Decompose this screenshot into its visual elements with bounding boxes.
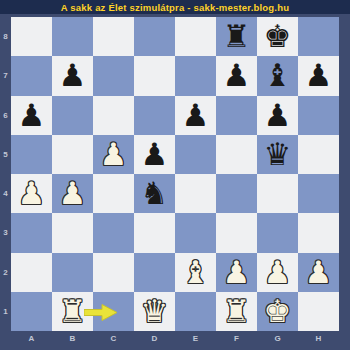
- square-f5[interactable]: [216, 135, 257, 174]
- square-c3[interactable]: [93, 213, 134, 252]
- square-b3[interactable]: [52, 213, 93, 252]
- square-f6[interactable]: [216, 96, 257, 135]
- square-b2[interactable]: [52, 253, 93, 292]
- piece-black-king-g8[interactable]: ♚: [264, 17, 292, 56]
- square-a2[interactable]: [11, 253, 52, 292]
- file-label-f: F: [216, 331, 257, 350]
- square-h7[interactable]: ♟: [298, 56, 339, 95]
- square-e7[interactable]: [175, 56, 216, 95]
- file-labels: ABCDEFGH: [11, 331, 339, 350]
- chess-board: ♜♚♟♟♝♟♟♟♟♟♟♛♟♟♞♝♟♟♟♜♛♜♚: [11, 17, 339, 331]
- move-arrow-icon: [84, 304, 118, 321]
- piece-black-queen-g5[interactable]: ♛: [264, 135, 292, 174]
- square-g3[interactable]: [257, 213, 298, 252]
- square-h3[interactable]: [298, 213, 339, 252]
- square-d7[interactable]: [134, 56, 175, 95]
- piece-black-pawn-a6[interactable]: ♟: [18, 96, 46, 135]
- square-e5[interactable]: [175, 135, 216, 174]
- square-h6[interactable]: [298, 96, 339, 135]
- square-d2[interactable]: [134, 253, 175, 292]
- piece-white-pawn-a4[interactable]: ♟: [18, 174, 46, 213]
- square-d1[interactable]: ♛: [134, 292, 175, 331]
- square-a8[interactable]: [11, 17, 52, 56]
- square-b7[interactable]: ♟: [52, 56, 93, 95]
- square-d5[interactable]: ♟: [134, 135, 175, 174]
- piece-black-pawn-h7[interactable]: ♟: [305, 56, 333, 95]
- rank-label-3: 3: [0, 213, 11, 252]
- square-f7[interactable]: ♟: [216, 56, 257, 95]
- square-c2[interactable]: [93, 253, 134, 292]
- rank-labels: 87654321: [0, 17, 11, 331]
- square-c4[interactable]: [93, 174, 134, 213]
- square-g4[interactable]: [257, 174, 298, 213]
- square-b5[interactable]: [52, 135, 93, 174]
- piece-white-pawn-f2[interactable]: ♟: [223, 253, 251, 292]
- square-e8[interactable]: [175, 17, 216, 56]
- square-b4[interactable]: ♟: [52, 174, 93, 213]
- square-a6[interactable]: ♟: [11, 96, 52, 135]
- rank-label-4: 4: [0, 174, 11, 213]
- square-g7[interactable]: ♝: [257, 56, 298, 95]
- rank-label-1: 1: [0, 292, 11, 331]
- file-label-a: A: [11, 331, 52, 350]
- file-label-e: E: [175, 331, 216, 350]
- square-e6[interactable]: ♟: [175, 96, 216, 135]
- square-g8[interactable]: ♚: [257, 17, 298, 56]
- square-g5[interactable]: ♛: [257, 135, 298, 174]
- rank-label-2: 2: [0, 253, 11, 292]
- square-g2[interactable]: ♟: [257, 253, 298, 292]
- square-h8[interactable]: [298, 17, 339, 56]
- rank-label-6: 6: [0, 96, 11, 135]
- rank-label-8: 8: [0, 17, 11, 56]
- file-label-c: C: [93, 331, 134, 350]
- square-g6[interactable]: ♟: [257, 96, 298, 135]
- piece-white-pawn-c5[interactable]: ♟: [100, 135, 128, 174]
- piece-white-pawn-h2[interactable]: ♟: [305, 253, 333, 292]
- piece-black-pawn-b7[interactable]: ♟: [59, 56, 87, 95]
- piece-black-knight-d4[interactable]: ♞: [141, 174, 169, 213]
- square-h4[interactable]: [298, 174, 339, 213]
- square-e3[interactable]: [175, 213, 216, 252]
- file-label-h: H: [298, 331, 339, 350]
- square-h2[interactable]: ♟: [298, 253, 339, 292]
- square-h5[interactable]: [298, 135, 339, 174]
- square-e4[interactable]: [175, 174, 216, 213]
- square-f2[interactable]: ♟: [216, 253, 257, 292]
- square-d8[interactable]: [134, 17, 175, 56]
- square-c5[interactable]: ♟: [93, 135, 134, 174]
- piece-white-pawn-b4[interactable]: ♟: [59, 174, 87, 213]
- rank-label-7: 7: [0, 56, 11, 95]
- piece-white-rook-b1[interactable]: ♜: [59, 292, 87, 331]
- piece-black-pawn-f7[interactable]: ♟: [223, 56, 251, 95]
- square-c8[interactable]: [93, 17, 134, 56]
- piece-white-rook-f1[interactable]: ♜: [223, 292, 251, 331]
- piece-white-king-g1[interactable]: ♚: [264, 292, 292, 331]
- square-a7[interactable]: [11, 56, 52, 95]
- square-e2[interactable]: ♝: [175, 253, 216, 292]
- square-a5[interactable]: [11, 135, 52, 174]
- square-h1[interactable]: [298, 292, 339, 331]
- square-b6[interactable]: [52, 96, 93, 135]
- square-g1[interactable]: ♚: [257, 292, 298, 331]
- square-f1[interactable]: ♜: [216, 292, 257, 331]
- square-a1[interactable]: [11, 292, 52, 331]
- piece-black-pawn-e6[interactable]: ♟: [182, 96, 210, 135]
- square-f4[interactable]: [216, 174, 257, 213]
- chess-app-window: A sakk az Élet szimulátpra - sakk-mester…: [0, 0, 350, 350]
- file-label-d: D: [134, 331, 175, 350]
- square-f3[interactable]: [216, 213, 257, 252]
- file-label-b: B: [52, 331, 93, 350]
- piece-black-pawn-g6[interactable]: ♟: [264, 96, 292, 135]
- piece-black-bishop-g7[interactable]: ♝: [264, 56, 292, 95]
- square-b8[interactable]: [52, 17, 93, 56]
- piece-black-rook-f8[interactable]: ♜: [223, 17, 251, 56]
- square-d3[interactable]: [134, 213, 175, 252]
- piece-white-queen-d1[interactable]: ♛: [141, 292, 169, 331]
- file-label-g: G: [257, 331, 298, 350]
- square-d4[interactable]: ♞: [134, 174, 175, 213]
- piece-white-pawn-g2[interactable]: ♟: [264, 253, 292, 292]
- square-f8[interactable]: ♜: [216, 17, 257, 56]
- rank-label-5: 5: [0, 135, 11, 174]
- page-title: A sakk az Élet szimulátpra - sakk-mester…: [61, 2, 289, 13]
- square-c6[interactable]: [93, 96, 134, 135]
- square-a3[interactable]: [11, 213, 52, 252]
- title-bar: A sakk az Élet szimulátpra - sakk-mester…: [0, 0, 350, 14]
- square-d6[interactable]: [134, 96, 175, 135]
- square-c7[interactable]: [93, 56, 134, 95]
- piece-black-pawn-d5[interactable]: ♟: [141, 135, 169, 174]
- square-e1[interactable]: [175, 292, 216, 331]
- square-a4[interactable]: ♟: [11, 174, 52, 213]
- piece-white-bishop-e2[interactable]: ♝: [182, 253, 210, 292]
